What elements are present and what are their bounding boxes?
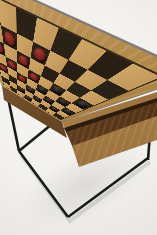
legs-shadow [21, 155, 150, 221]
front-left-rail [19, 151, 68, 217]
back-left-rail [19, 124, 52, 151]
checkers-table-photo [0, 0, 157, 235]
front-right-rail [68, 158, 148, 217]
